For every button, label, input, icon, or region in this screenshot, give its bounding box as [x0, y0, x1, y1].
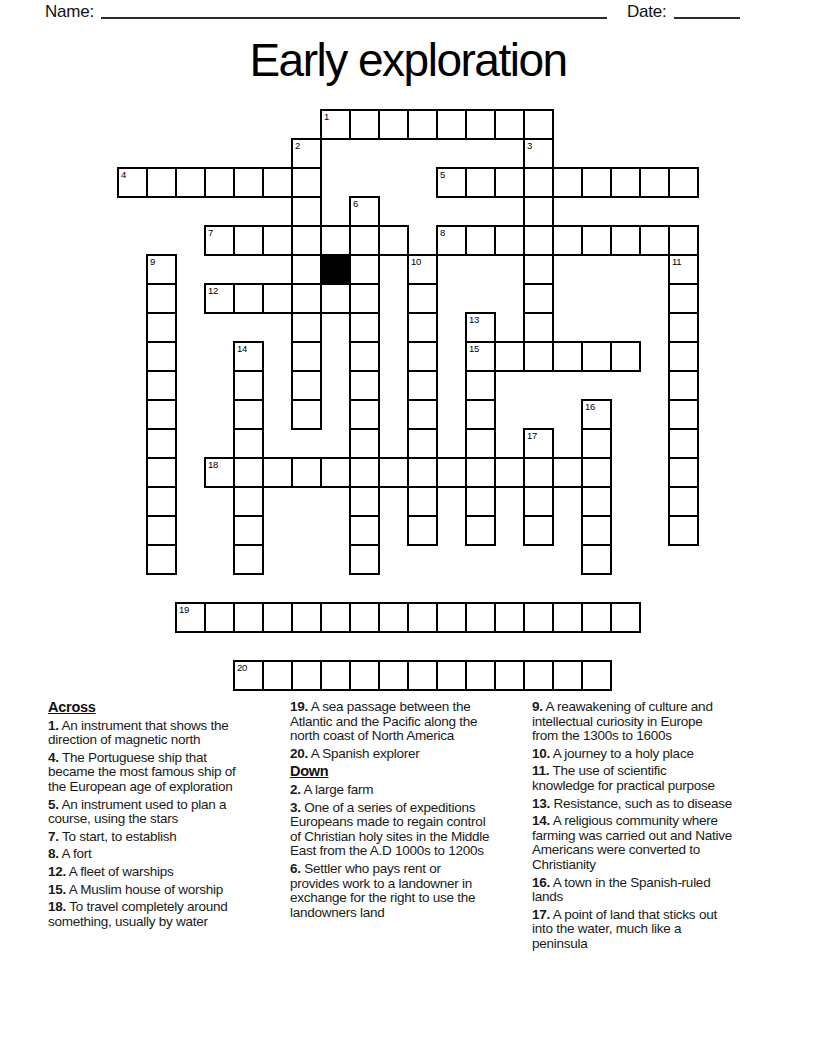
- grid-cell[interactable]: [581, 167, 612, 198]
- clue-number: 10.: [532, 746, 550, 761]
- grid-cell[interactable]: [349, 109, 380, 140]
- cell-number: 11: [672, 256, 681, 267]
- grid-cell[interactable]: [581, 341, 612, 372]
- clue-number: 1.: [48, 718, 59, 733]
- grid-cell[interactable]: [291, 602, 322, 633]
- grid-cell[interactable]: [523, 486, 554, 517]
- clue-number: 14.: [532, 813, 550, 828]
- grid-cell[interactable]: [204, 602, 235, 633]
- grid-cell[interactable]: [146, 399, 177, 430]
- grid-cell[interactable]: 19: [175, 602, 206, 633]
- grid-cell[interactable]: [436, 602, 467, 633]
- grid-cell[interactable]: [146, 544, 177, 575]
- crossword-grid: 1234567891011121314151617181920: [118, 110, 698, 690]
- grid-cell[interactable]: [668, 486, 699, 517]
- grid-cell[interactable]: [233, 544, 264, 575]
- grid-cell[interactable]: [465, 428, 496, 459]
- grid-cell[interactable]: [378, 109, 409, 140]
- grid-cell[interactable]: [610, 602, 641, 633]
- grid-cell[interactable]: [233, 486, 264, 517]
- clue-number: 19.: [290, 699, 308, 714]
- grid-cell[interactable]: 2: [291, 138, 322, 169]
- grid-cell[interactable]: 5: [436, 167, 467, 198]
- cell-number: 1: [324, 111, 329, 122]
- clue: 8. A fort: [48, 847, 286, 862]
- grid-cell[interactable]: [320, 660, 351, 691]
- grid-cell[interactable]: [465, 602, 496, 633]
- grid-cell[interactable]: 17: [523, 428, 554, 459]
- clue-number: 3.: [290, 800, 301, 815]
- clue: 7. To start, to establish: [48, 830, 286, 845]
- grid-cell[interactable]: [233, 399, 264, 430]
- grid-cell[interactable]: [262, 167, 293, 198]
- grid-cell[interactable]: [349, 370, 380, 401]
- clue: 20. A Spanish explorer: [290, 747, 530, 762]
- cell-number: 3: [527, 140, 532, 151]
- cell-number: 20: [237, 662, 247, 673]
- grid-cell[interactable]: [581, 457, 612, 488]
- cell-number: 17: [527, 430, 537, 441]
- grid-cell[interactable]: [291, 196, 322, 227]
- grid-cell[interactable]: [146, 283, 177, 314]
- cell-number: 16: [585, 401, 595, 412]
- grid-cell[interactable]: [349, 544, 380, 575]
- grid-cell[interactable]: [146, 370, 177, 401]
- grid-cell[interactable]: [523, 341, 554, 372]
- cell-number: 10: [411, 256, 421, 267]
- clue-number: 15.: [48, 882, 66, 897]
- clue-column-across: Across1. An instrument that shows the di…: [48, 700, 286, 932]
- cell-number: 4: [121, 169, 126, 180]
- grid-cell[interactable]: [349, 660, 380, 691]
- clue-column-middle: 19. A sea passage between the Atlantic a…: [290, 700, 530, 923]
- grid-cell[interactable]: [378, 660, 409, 691]
- cell-number: 18: [208, 459, 218, 470]
- grid-cell[interactable]: [407, 283, 438, 314]
- cell-number: 7: [208, 227, 213, 238]
- grid-cell[interactable]: [581, 486, 612, 517]
- grid-cell[interactable]: [581, 544, 612, 575]
- grid-cell[interactable]: 16: [581, 399, 612, 430]
- clue: 16. A town in the Spanish-ruled lands: [532, 876, 774, 905]
- grid-cell[interactable]: [407, 370, 438, 401]
- grid-cell[interactable]: [146, 515, 177, 546]
- grid-cell[interactable]: [146, 167, 177, 198]
- clue: 10. A journey to a holy place: [532, 747, 774, 762]
- grid-cell[interactable]: [378, 602, 409, 633]
- grid-cell[interactable]: [233, 457, 264, 488]
- grid-cell[interactable]: [668, 399, 699, 430]
- clue-number: 20.: [290, 746, 308, 761]
- grid-cell[interactable]: [523, 283, 554, 314]
- grid-cell[interactable]: [581, 428, 612, 459]
- cell-number: 8: [440, 227, 445, 238]
- grid-cell[interactable]: [349, 428, 380, 459]
- cell-number: 13: [469, 314, 479, 325]
- grid-cell[interactable]: [233, 283, 264, 314]
- grid-cell[interactable]: [552, 602, 583, 633]
- grid-cell[interactable]: [233, 428, 264, 459]
- clue: 11. The use of scientific knowledge for …: [532, 764, 774, 793]
- clue-column-down: 9. A reawakening of culture and intellec…: [532, 700, 774, 955]
- grid-cell[interactable]: [407, 312, 438, 343]
- clue-number: 9.: [532, 699, 543, 714]
- grid-cell[interactable]: [233, 602, 264, 633]
- clue-list-heading: Across: [48, 700, 286, 715]
- grid-cell[interactable]: [262, 457, 293, 488]
- grid-cell[interactable]: [320, 602, 351, 633]
- grid-cell[interactable]: [465, 660, 496, 691]
- grid-cell[interactable]: [233, 515, 264, 546]
- grid-cell[interactable]: [320, 283, 351, 314]
- clue: 6. Settler who pays rent or provides wor…: [290, 862, 530, 920]
- grid-cell[interactable]: [523, 602, 554, 633]
- clue-number: 6.: [290, 861, 301, 876]
- clue-number: 12.: [48, 864, 66, 879]
- grid-cell[interactable]: [349, 283, 380, 314]
- grid-cell[interactable]: [407, 457, 438, 488]
- grid-cell[interactable]: 9: [146, 254, 177, 285]
- grid-cell[interactable]: [291, 660, 322, 691]
- grid-cell[interactable]: [233, 225, 264, 256]
- grid-cell[interactable]: [378, 225, 409, 256]
- cell-number: 5: [440, 169, 445, 180]
- grid-cell[interactable]: [262, 283, 293, 314]
- grid-cell[interactable]: 8: [436, 225, 467, 256]
- grid-cell[interactable]: [175, 167, 206, 198]
- grid-cell[interactable]: [146, 341, 177, 372]
- grid-cell[interactable]: [552, 457, 583, 488]
- grid-cell[interactable]: 10: [407, 254, 438, 285]
- grid-cell[interactable]: [523, 457, 554, 488]
- cell-number: 6: [353, 198, 358, 209]
- clue-number: 5.: [48, 797, 59, 812]
- grid-cell[interactable]: [581, 515, 612, 546]
- grid-cell[interactable]: [262, 660, 293, 691]
- grid-cell[interactable]: [523, 312, 554, 343]
- cell-number: 19: [179, 604, 189, 615]
- cell-number: 2: [295, 140, 300, 151]
- grid-cell[interactable]: [668, 225, 699, 256]
- clue: 19. A sea passage between the Atlantic a…: [290, 700, 530, 744]
- grid-cell[interactable]: [436, 660, 467, 691]
- grid-cell[interactable]: [407, 515, 438, 546]
- grid-cell[interactable]: [552, 341, 583, 372]
- grid-cell[interactable]: [494, 109, 525, 140]
- name-line: [101, 3, 607, 19]
- cell-number: 15: [469, 343, 479, 354]
- clue-number: 13.: [532, 796, 550, 811]
- puzzle-title: Early exploration: [0, 33, 816, 87]
- grid-cell[interactable]: [494, 602, 525, 633]
- grid-cell[interactable]: [291, 370, 322, 401]
- grid-cell[interactable]: 14: [233, 341, 264, 372]
- clue: 14. A religious community where farming …: [532, 814, 774, 872]
- date-label: Date:: [627, 2, 667, 22]
- grid-cell[interactable]: 15: [465, 341, 496, 372]
- grid-cell[interactable]: [610, 225, 641, 256]
- grid-cell[interactable]: [291, 457, 322, 488]
- grid-cell[interactable]: [465, 167, 496, 198]
- grid-cell[interactable]: [494, 660, 525, 691]
- grid-cell[interactable]: [320, 225, 351, 256]
- grid-cell[interactable]: [523, 225, 554, 256]
- grid-cell[interactable]: [349, 341, 380, 372]
- grid-cell[interactable]: [291, 283, 322, 314]
- cell-number: 9: [150, 256, 155, 267]
- grid-cell[interactable]: [581, 602, 612, 633]
- grid-cell[interactable]: [291, 225, 322, 256]
- grid-cell[interactable]: [407, 602, 438, 633]
- grid-cell[interactable]: [407, 109, 438, 140]
- grid-cell[interactable]: [668, 312, 699, 343]
- grid-cell[interactable]: [320, 457, 351, 488]
- grid-cell[interactable]: [291, 312, 322, 343]
- grid-cell[interactable]: [465, 370, 496, 401]
- clue: 5. An instrument used to plan a course, …: [48, 798, 286, 827]
- clue: 15. A Muslim house of worship: [48, 883, 286, 898]
- grid-cell[interactable]: [349, 312, 380, 343]
- clue: 18. To travel completely around somethin…: [48, 900, 286, 929]
- grid-cell[interactable]: [494, 341, 525, 372]
- grid-cell[interactable]: 3: [523, 138, 554, 169]
- grid-cell[interactable]: [349, 486, 380, 517]
- cell-number: 14: [237, 343, 247, 354]
- name-label: Name:: [45, 2, 94, 22]
- grid-cell[interactable]: [204, 167, 235, 198]
- grid-cell[interactable]: [233, 370, 264, 401]
- clue-number: 2.: [290, 782, 301, 797]
- grid-cell[interactable]: [146, 457, 177, 488]
- grid-cell[interactable]: [436, 109, 467, 140]
- grid-cell[interactable]: [668, 428, 699, 459]
- grid-cell[interactable]: 20: [233, 660, 264, 691]
- grid-cell[interactable]: [552, 225, 583, 256]
- clue-number: 18.: [48, 899, 66, 914]
- grid-cell[interactable]: [668, 167, 699, 198]
- grid-cell[interactable]: [349, 515, 380, 546]
- grid-cell[interactable]: [668, 370, 699, 401]
- grid-cell[interactable]: [639, 167, 670, 198]
- grid-cell[interactable]: [552, 167, 583, 198]
- grid-cell[interactable]: [668, 283, 699, 314]
- grid-cell[interactable]: [407, 660, 438, 691]
- grid-cell[interactable]: [465, 109, 496, 140]
- grid-cell[interactable]: [146, 428, 177, 459]
- clue-number: 7.: [48, 829, 59, 844]
- worksheet-page: Name: Date: Early exploration 1234567891…: [0, 0, 816, 1056]
- grid-cell[interactable]: [262, 602, 293, 633]
- grid-cell[interactable]: [523, 660, 554, 691]
- grid-cell[interactable]: [581, 660, 612, 691]
- grid-cell[interactable]: [436, 457, 467, 488]
- grid-cell[interactable]: [668, 515, 699, 546]
- grid-cell[interactable]: 6: [349, 196, 380, 227]
- grid-cell[interactable]: [668, 457, 699, 488]
- grid-cell[interactable]: 18: [204, 457, 235, 488]
- clue-number: 11.: [532, 763, 549, 778]
- grid-cell[interactable]: [639, 225, 670, 256]
- grid-cell[interactable]: [407, 341, 438, 372]
- grid-cell[interactable]: 12: [204, 283, 235, 314]
- grid-cell[interactable]: [523, 196, 554, 227]
- grid-cell[interactable]: [291, 254, 322, 285]
- date-line: [674, 3, 740, 19]
- clue: 4. The Portuguese ship that became the m…: [48, 751, 286, 795]
- clue-number: 17.: [532, 907, 550, 922]
- grid-cell[interactable]: [146, 312, 177, 343]
- grid-cell[interactable]: [407, 428, 438, 459]
- grid-cell[interactable]: [494, 167, 525, 198]
- grid-cell[interactable]: [523, 254, 554, 285]
- grid-cell[interactable]: [552, 660, 583, 691]
- clue: 1. An instrument that shows the directio…: [48, 719, 286, 748]
- clue: 3. One of a series of expeditions Europe…: [290, 801, 530, 859]
- grid-cell[interactable]: [378, 457, 409, 488]
- clue: 2. A large farm: [290, 783, 530, 798]
- grid-cell[interactable]: [581, 225, 612, 256]
- clue-number: 8.: [48, 846, 59, 861]
- grid-cell[interactable]: [349, 399, 380, 430]
- clue: 12. A fleet of warships: [48, 865, 286, 880]
- grid-cell[interactable]: 7: [204, 225, 235, 256]
- grid-cell[interactable]: [465, 457, 496, 488]
- grid-cell[interactable]: [291, 341, 322, 372]
- grid-cell[interactable]: [465, 225, 496, 256]
- grid-cell[interactable]: [291, 167, 322, 198]
- grid-cell[interactable]: [465, 486, 496, 517]
- black-cell: [320, 254, 351, 285]
- grid-cell[interactable]: [349, 225, 380, 256]
- grid-cell[interactable]: [494, 457, 525, 488]
- grid-cell[interactable]: [494, 225, 525, 256]
- grid-cell[interactable]: [349, 602, 380, 633]
- grid-cell[interactable]: [668, 341, 699, 372]
- grid-cell[interactable]: [523, 515, 554, 546]
- clue-list-heading: Down: [290, 764, 530, 779]
- grid-cell[interactable]: [610, 341, 641, 372]
- grid-cell[interactable]: [349, 254, 380, 285]
- grid-cell[interactable]: [233, 167, 264, 198]
- clue: 13. Resistance, such as to disease: [532, 797, 774, 812]
- grid-cell[interactable]: 13: [465, 312, 496, 343]
- grid-cell[interactable]: [465, 399, 496, 430]
- grid-cell[interactable]: [349, 457, 380, 488]
- grid-cell[interactable]: [291, 399, 322, 430]
- grid-cell[interactable]: [610, 167, 641, 198]
- clue-number: 16.: [532, 875, 550, 890]
- grid-cell[interactable]: [523, 167, 554, 198]
- grid-cell[interactable]: [523, 109, 554, 140]
- grid-cell[interactable]: [407, 399, 438, 430]
- cell-number: 12: [208, 285, 218, 296]
- grid-cell[interactable]: [407, 486, 438, 517]
- clue-number: 4.: [48, 750, 59, 765]
- grid-cell[interactable]: 1: [320, 109, 351, 140]
- grid-cell[interactable]: [262, 225, 293, 256]
- grid-cell[interactable]: 11: [668, 254, 699, 285]
- clue: 9. A reawakening of culture and intellec…: [532, 700, 774, 744]
- grid-cell[interactable]: [465, 515, 496, 546]
- grid-cell[interactable]: [146, 486, 177, 517]
- clue: 17. A point of land that sticks out into…: [532, 908, 774, 952]
- grid-cell[interactable]: 4: [117, 167, 148, 198]
